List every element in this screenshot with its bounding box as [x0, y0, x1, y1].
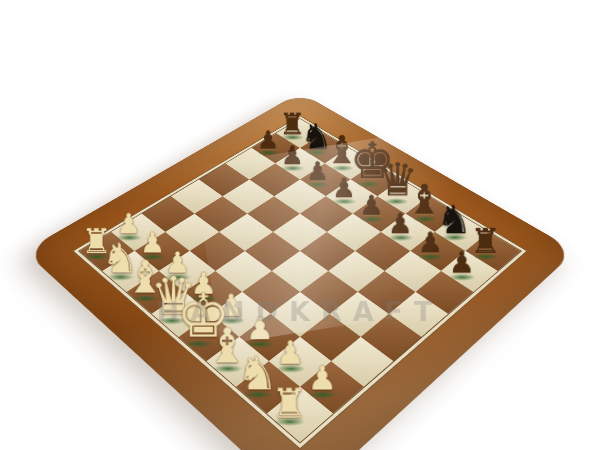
board-scene: ♜♞♝♚♛♝♞♜♟♟♟♟♟♟♟♟♟♟♟♟♟♟♟♟♜♞♝♛♚♝♞♜: [0, 0, 600, 450]
board-squares: ♜♞♝♚♛♝♞♜♟♟♟♟♟♟♟♟♟♟♟♟♟♟♟♟♜♞♝♛♚♝♞♜: [79, 119, 520, 442]
piece-white-rook: ♜: [266, 384, 313, 423]
piece-black-pawn: ♟: [441, 250, 481, 277]
board-playfield: ♜♞♝♚♛♝♞♜♟♟♟♟♟♟♟♟♟♟♟♟♟♟♟♟♜♞♝♛♚♝♞♜: [72, 115, 527, 449]
watermark-text: HANDKRAFT: [157, 296, 444, 327]
chess-board: ♜♞♝♚♛♝♞♜♟♟♟♟♟♟♟♟♟♟♟♟♟♟♟♟♜♞♝♛♚♝♞♜: [24, 92, 576, 450]
product-photo: ♜♞♝♚♛♝♞♜♟♟♟♟♟♟♟♟♟♟♟♟♟♟♟♟♜♞♝♛♚♝♞♜ HANDKRA…: [0, 0, 600, 450]
